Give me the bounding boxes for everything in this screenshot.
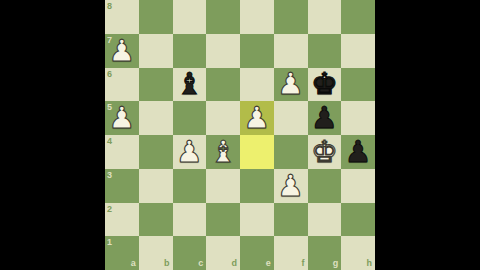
square-h3[interactable] (341, 169, 375, 203)
square-d5[interactable] (206, 101, 240, 135)
square-c5[interactable] (173, 101, 207, 135)
square-f3[interactable]: ♟ (274, 169, 308, 203)
square-f6[interactable]: ♟ (274, 68, 308, 102)
square-g7[interactable] (308, 34, 342, 68)
piece-white-pawn[interactable]: ♟ (173, 135, 207, 169)
square-e2[interactable] (240, 203, 274, 237)
square-b3[interactable] (139, 169, 173, 203)
square-a1[interactable]: 1a (105, 236, 139, 270)
piece-white-pawn[interactable]: ♟ (240, 101, 274, 135)
square-h6[interactable] (341, 68, 375, 102)
square-g1[interactable]: g (308, 236, 342, 270)
square-f1[interactable]: f (274, 236, 308, 270)
square-d6[interactable] (206, 68, 240, 102)
square-b8[interactable] (139, 0, 173, 34)
square-e6[interactable] (240, 68, 274, 102)
file-label-d: d (232, 259, 238, 268)
file-label-h: h (367, 259, 373, 268)
video-frame: 87♟6♝♟♚5♟♟♟4♟♝♚♟3♟21abcdefgh (0, 0, 480, 270)
rank-label-4: 4 (107, 137, 112, 146)
square-h1[interactable]: h (341, 236, 375, 270)
square-c4[interactable]: ♟ (173, 135, 207, 169)
right-letterbox (375, 0, 480, 270)
square-g4[interactable]: ♚ (308, 135, 342, 169)
square-e8[interactable] (240, 0, 274, 34)
rank-label-8: 8 (107, 2, 112, 11)
square-d3[interactable] (206, 169, 240, 203)
square-h5[interactable] (341, 101, 375, 135)
square-c7[interactable] (173, 34, 207, 68)
square-h2[interactable] (341, 203, 375, 237)
file-label-b: b (164, 259, 170, 268)
piece-black-bishop[interactable]: ♝ (173, 68, 207, 102)
piece-black-pawn[interactable]: ♟ (341, 135, 375, 169)
square-a2[interactable]: 2 (105, 203, 139, 237)
square-a7[interactable]: 7♟ (105, 34, 139, 68)
file-label-c: c (198, 259, 203, 268)
square-c3[interactable] (173, 169, 207, 203)
square-a6[interactable]: 6 (105, 68, 139, 102)
square-d7[interactable] (206, 34, 240, 68)
square-c1[interactable]: c (173, 236, 207, 270)
square-d2[interactable] (206, 203, 240, 237)
square-f7[interactable] (274, 34, 308, 68)
rank-label-3: 3 (107, 171, 112, 180)
square-e3[interactable] (240, 169, 274, 203)
file-label-f: f (302, 259, 305, 268)
square-a3[interactable]: 3 (105, 169, 139, 203)
square-a4[interactable]: 4 (105, 135, 139, 169)
piece-white-pawn[interactable]: ♟ (274, 169, 308, 203)
square-e1[interactable]: e (240, 236, 274, 270)
square-e5[interactable]: ♟ (240, 101, 274, 135)
square-d8[interactable] (206, 0, 240, 34)
file-label-a: a (131, 259, 136, 268)
square-f4[interactable] (274, 135, 308, 169)
square-d4[interactable]: ♝ (206, 135, 240, 169)
square-b2[interactable] (139, 203, 173, 237)
piece-white-king[interactable]: ♚ (308, 135, 342, 169)
piece-white-bishop[interactable]: ♝ (206, 135, 240, 169)
square-f5[interactable] (274, 101, 308, 135)
square-g2[interactable] (308, 203, 342, 237)
chess-board[interactable]: 87♟6♝♟♚5♟♟♟4♟♝♚♟3♟21abcdefgh (105, 0, 375, 270)
file-label-g: g (333, 259, 339, 268)
square-h4[interactable]: ♟ (341, 135, 375, 169)
square-c2[interactable] (173, 203, 207, 237)
square-f2[interactable] (274, 203, 308, 237)
square-c6[interactable]: ♝ (173, 68, 207, 102)
left-letterbox (0, 0, 105, 270)
square-g5[interactable]: ♟ (308, 101, 342, 135)
square-c8[interactable] (173, 0, 207, 34)
square-b1[interactable]: b (139, 236, 173, 270)
square-g8[interactable] (308, 0, 342, 34)
file-label-e: e (266, 259, 271, 268)
square-h7[interactable] (341, 34, 375, 68)
square-b4[interactable] (139, 135, 173, 169)
square-b7[interactable] (139, 34, 173, 68)
square-a5[interactable]: 5♟ (105, 101, 139, 135)
piece-black-pawn[interactable]: ♟ (308, 101, 342, 135)
square-f8[interactable] (274, 0, 308, 34)
piece-black-king[interactable]: ♚ (308, 68, 342, 102)
square-b6[interactable] (139, 68, 173, 102)
square-h8[interactable] (341, 0, 375, 34)
square-g3[interactable] (308, 169, 342, 203)
piece-white-pawn[interactable]: ♟ (274, 68, 308, 102)
square-e7[interactable] (240, 34, 274, 68)
rank-label-1: 1 (107, 238, 112, 247)
piece-white-pawn[interactable]: ♟ (105, 101, 139, 135)
square-d1[interactable]: d (206, 236, 240, 270)
rank-label-6: 6 (107, 70, 112, 79)
rank-label-2: 2 (107, 205, 112, 214)
square-e4[interactable] (240, 135, 274, 169)
piece-white-pawn[interactable]: ♟ (105, 34, 139, 68)
square-b5[interactable] (139, 101, 173, 135)
square-a8[interactable]: 8 (105, 0, 139, 34)
square-g6[interactable]: ♚ (308, 68, 342, 102)
